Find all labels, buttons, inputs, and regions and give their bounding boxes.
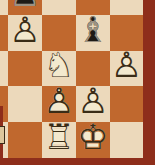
white-pawn[interactable]: ♟♙ [110, 47, 143, 84]
square-h5[interactable] [110, 0, 143, 15]
square-h2[interactable] [110, 86, 143, 122]
white-pawn[interactable]: ♟♙ [8, 12, 42, 49]
board-frame-bottom [0, 158, 155, 165]
chess-board: ♟♙♟♙♝♗♞♘♟♙♟♙♟♙♜♖♚♔ [0, 0, 155, 165]
square-f5[interactable] [42, 0, 76, 15]
white-pawn[interactable]: ♟♙ [42, 83, 76, 120]
clipped-white-piece-fragment [0, 126, 5, 144]
square-e3[interactable] [8, 51, 42, 86]
white-pawn[interactable]: ♟♙ [76, 83, 110, 120]
square-h1[interactable] [110, 122, 143, 158]
square-e1[interactable] [8, 122, 42, 158]
square-d3[interactable] [0, 51, 8, 86]
white-knight[interactable]: ♞♘ [42, 47, 76, 84]
black-bishop[interactable]: ♝♗ [76, 12, 110, 49]
white-king[interactable]: ♚♔ [76, 119, 110, 156]
board-frame-right [143, 0, 155, 165]
white-rook[interactable]: ♜♖ [42, 119, 76, 156]
square-d5[interactable] [0, 0, 8, 15]
square-d4[interactable] [0, 15, 8, 51]
square-e2[interactable] [8, 86, 42, 122]
